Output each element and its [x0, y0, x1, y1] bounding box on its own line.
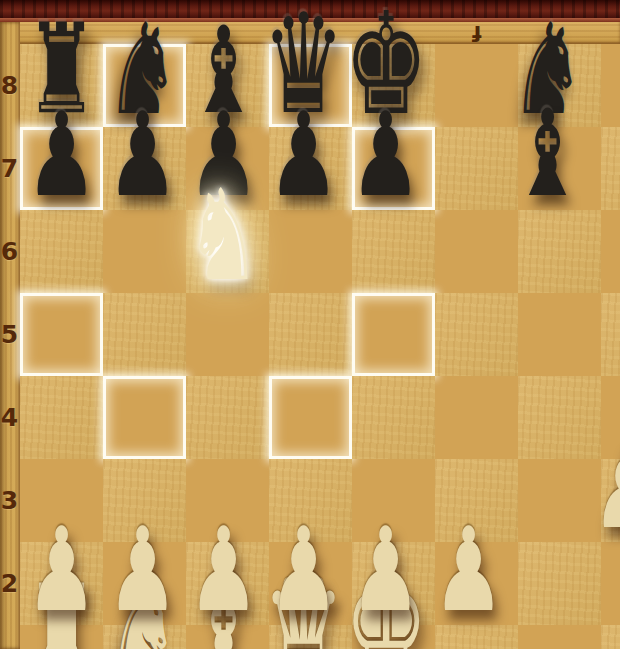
square-a5[interactable]	[20, 293, 103, 376]
square-b5[interactable]	[103, 293, 186, 376]
rank-label-8: 8	[0, 73, 19, 99]
square-h1[interactable]	[601, 625, 620, 649]
square-e5[interactable]	[352, 293, 435, 376]
white-pawn-b2[interactable]: ♟	[101, 513, 184, 629]
square-h6[interactable]	[601, 210, 620, 293]
square-g2[interactable]	[518, 542, 601, 625]
square-h2[interactable]	[601, 542, 620, 625]
rank-label-4: 4	[0, 405, 19, 431]
white-knight-c6[interactable]: ♞	[182, 173, 265, 299]
square-b6[interactable]	[103, 210, 186, 293]
rank-label-3: 3	[0, 488, 19, 514]
file-label-f: f	[467, 23, 487, 44]
white-pawn-c2[interactable]: ♟	[182, 513, 265, 629]
square-a4[interactable]	[20, 376, 103, 459]
square-f4[interactable]	[435, 376, 518, 459]
white-pawn-f2[interactable]: ♟	[427, 513, 510, 629]
white-pawn-d2[interactable]: ♟	[262, 513, 345, 629]
square-h7[interactable]	[601, 127, 620, 210]
black-pawn-a7[interactable]: ♟	[20, 98, 103, 214]
square-h8[interactable]	[601, 44, 620, 127]
rank-label-5: 5	[0, 322, 19, 348]
square-g1[interactable]	[518, 625, 601, 649]
white-pawn-e2[interactable]: ♟	[344, 513, 427, 629]
square-f6[interactable]	[435, 210, 518, 293]
square-a6[interactable]	[20, 210, 103, 293]
square-c4[interactable]	[186, 376, 269, 459]
square-e4[interactable]	[352, 376, 435, 459]
square-e6[interactable]	[352, 210, 435, 293]
white-pawn-a2[interactable]: ♟	[20, 513, 103, 629]
square-d5[interactable]	[269, 293, 352, 376]
rank-label-2: 2	[0, 571, 19, 597]
square-h5[interactable]	[601, 293, 620, 376]
rank-label-7: 7	[0, 156, 19, 182]
square-d4[interactable]	[269, 376, 352, 459]
black-pawn-d7[interactable]: ♟	[262, 98, 345, 214]
black-bishop-g7[interactable]: ♝	[506, 94, 589, 214]
black-pawn-b7[interactable]: ♟	[101, 98, 184, 214]
chess-app-window: 8765432f♜♞♝♛♚♞♟♟♟♟♟♝♞♟♟♟♟♟♟♟♜♞♝♛♚	[0, 0, 620, 649]
white-pawn-h3[interactable]: ♟	[586, 430, 620, 546]
black-pawn-e7[interactable]: ♟	[344, 98, 427, 214]
rank-label-6: 6	[0, 239, 19, 265]
square-f5[interactable]	[435, 293, 518, 376]
square-b4[interactable]	[103, 376, 186, 459]
square-g5[interactable]	[518, 293, 601, 376]
square-d6[interactable]	[269, 210, 352, 293]
